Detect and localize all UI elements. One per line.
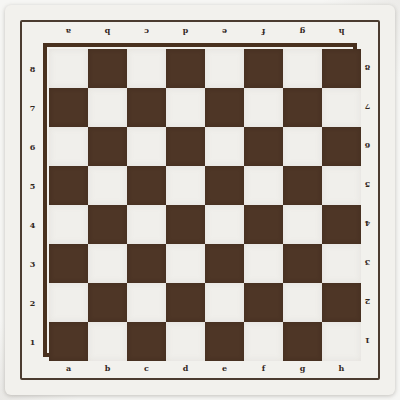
square-e1[interactable] <box>205 322 244 361</box>
rank-left-label-5: 5 <box>22 166 43 205</box>
square-f3[interactable] <box>244 244 283 283</box>
square-d5[interactable] <box>166 166 205 205</box>
file-labels-top: abcdefgh <box>49 22 361 43</box>
square-f6[interactable] <box>244 127 283 166</box>
square-b2[interactable] <box>88 283 127 322</box>
square-g6[interactable] <box>283 127 322 166</box>
rank-left-label-6: 6 <box>22 127 43 166</box>
square-h5[interactable] <box>322 166 361 205</box>
square-e4[interactable] <box>205 205 244 244</box>
square-h2[interactable] <box>322 283 361 322</box>
square-b1[interactable] <box>88 322 127 361</box>
square-c1[interactable] <box>127 322 166 361</box>
square-b8[interactable] <box>88 49 127 88</box>
square-h1[interactable] <box>322 322 361 361</box>
square-d4[interactable] <box>166 205 205 244</box>
square-g4[interactable] <box>283 205 322 244</box>
file-top-label-h: h <box>322 22 361 43</box>
file-top-label-c: c <box>127 22 166 43</box>
square-c6[interactable] <box>127 127 166 166</box>
square-e2[interactable] <box>205 283 244 322</box>
square-g8[interactable] <box>283 49 322 88</box>
square-g7[interactable] <box>283 88 322 127</box>
square-a4[interactable] <box>49 205 88 244</box>
square-e5[interactable] <box>205 166 244 205</box>
square-f2[interactable] <box>244 283 283 322</box>
rank-left-label-2: 2 <box>22 283 43 322</box>
square-h4[interactable] <box>322 205 361 244</box>
chessboard-squares <box>49 49 361 361</box>
square-b6[interactable] <box>88 127 127 166</box>
square-d1[interactable] <box>166 322 205 361</box>
square-g2[interactable] <box>283 283 322 322</box>
rank-left-label-3: 3 <box>22 244 43 283</box>
square-a8[interactable] <box>49 49 88 88</box>
chessboard-photo: abcdefgh abcdefgh 87654321 87654321 <box>0 0 400 400</box>
rank-labels-left: 87654321 <box>22 49 43 361</box>
square-d2[interactable] <box>166 283 205 322</box>
square-c4[interactable] <box>127 205 166 244</box>
square-h7[interactable] <box>322 88 361 127</box>
square-f5[interactable] <box>244 166 283 205</box>
file-top-label-g: g <box>283 22 322 43</box>
square-f1[interactable] <box>244 322 283 361</box>
square-d6[interactable] <box>166 127 205 166</box>
file-top-label-f: f <box>244 22 283 43</box>
square-a5[interactable] <box>49 166 88 205</box>
square-c2[interactable] <box>127 283 166 322</box>
square-e8[interactable] <box>205 49 244 88</box>
square-h8[interactable] <box>322 49 361 88</box>
vinyl-board-mat: abcdefgh abcdefgh 87654321 87654321 <box>5 5 395 395</box>
square-f4[interactable] <box>244 205 283 244</box>
square-a2[interactable] <box>49 283 88 322</box>
square-c5[interactable] <box>127 166 166 205</box>
square-b7[interactable] <box>88 88 127 127</box>
square-d8[interactable] <box>166 49 205 88</box>
square-e6[interactable] <box>205 127 244 166</box>
rank-left-label-4: 4 <box>22 205 43 244</box>
square-e3[interactable] <box>205 244 244 283</box>
square-b3[interactable] <box>88 244 127 283</box>
square-a6[interactable] <box>49 127 88 166</box>
square-d3[interactable] <box>166 244 205 283</box>
square-h6[interactable] <box>322 127 361 166</box>
file-top-label-b: b <box>88 22 127 43</box>
square-a1[interactable] <box>49 322 88 361</box>
rank-left-label-8: 8 <box>22 49 43 88</box>
square-c8[interactable] <box>127 49 166 88</box>
square-d7[interactable] <box>166 88 205 127</box>
square-c3[interactable] <box>127 244 166 283</box>
square-a3[interactable] <box>49 244 88 283</box>
rank-left-label-7: 7 <box>22 88 43 127</box>
rank-left-label-1: 1 <box>22 322 43 361</box>
board-frame <box>43 43 357 357</box>
square-a7[interactable] <box>49 88 88 127</box>
file-top-label-e: e <box>205 22 244 43</box>
square-f7[interactable] <box>244 88 283 127</box>
square-b5[interactable] <box>88 166 127 205</box>
square-f8[interactable] <box>244 49 283 88</box>
file-top-label-a: a <box>49 22 88 43</box>
square-c7[interactable] <box>127 88 166 127</box>
square-g3[interactable] <box>283 244 322 283</box>
file-top-label-d: d <box>166 22 205 43</box>
square-g5[interactable] <box>283 166 322 205</box>
square-e7[interactable] <box>205 88 244 127</box>
square-b4[interactable] <box>88 205 127 244</box>
square-g1[interactable] <box>283 322 322 361</box>
square-h3[interactable] <box>322 244 361 283</box>
